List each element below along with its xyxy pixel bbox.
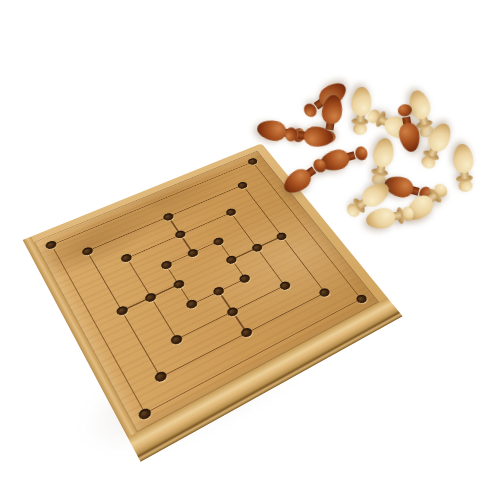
point-hole-d1[interactable]: [239, 326, 254, 338]
point-hole-a4[interactable]: [115, 305, 129, 317]
point-hole-c5[interactable]: [159, 260, 173, 271]
point-hole-a1[interactable]: [153, 370, 168, 384]
peg-dark[interactable]: [284, 123, 334, 149]
peg-bulb: [397, 121, 422, 153]
point-hole-e4[interactable]: [225, 254, 239, 265]
peg-light[interactable]: [451, 143, 477, 193]
point-hole-d2[interactable]: [225, 306, 239, 318]
point-hole-c4[interactable]: [172, 279, 186, 290]
point-hole-a7[interactable]: [81, 246, 95, 257]
point-hole-g7[interactable]: [236, 181, 249, 190]
point-hole-f6[interactable]: [224, 208, 237, 218]
point-hole-e5[interactable]: [212, 236, 225, 246]
point-hole-b4[interactable]: [144, 292, 158, 304]
point-hole-d6[interactable]: [174, 230, 187, 240]
peg-bulb: [371, 137, 396, 169]
peg-bulb: [365, 206, 397, 231]
point-hole-c3[interactable]: [185, 299, 199, 311]
scene: [0, 0, 500, 500]
point-hole-g4[interactable]: [275, 231, 288, 241]
peg-bulb: [320, 94, 344, 126]
point-hole-g1[interactable]: [317, 287, 331, 298]
point-hole-d7[interactable]: [162, 212, 175, 222]
point-hole-e3[interactable]: [238, 273, 252, 284]
peg-dark[interactable]: [279, 153, 331, 199]
point-hole-b2[interactable]: [169, 333, 184, 346]
point-hole-f4[interactable]: [250, 243, 263, 253]
point-hole-d5[interactable]: [186, 248, 200, 259]
peg-bulb: [256, 118, 288, 143]
peg-bulb: [303, 126, 334, 148]
point-hole-d3[interactable]: [212, 286, 226, 297]
point-hole-f2[interactable]: [278, 280, 292, 291]
point-hole-b6[interactable]: [120, 253, 134, 264]
peg-bulb: [452, 143, 474, 174]
